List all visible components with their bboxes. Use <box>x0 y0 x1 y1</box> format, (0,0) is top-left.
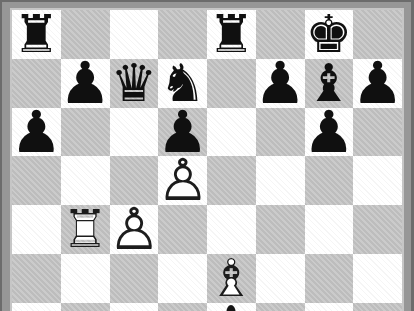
square-g4[interactable] <box>305 205 354 254</box>
square-a3[interactable] <box>12 254 61 303</box>
piece-black-king-g8[interactable]: ♚ <box>306 10 353 59</box>
piece-white-pawn-d5[interactable]: ♙ <box>157 156 209 205</box>
square-b7[interactable]: ♟ <box>61 59 110 108</box>
square-g6[interactable]: ♟ <box>305 108 354 157</box>
square-d5[interactable]: ♙ <box>158 156 207 205</box>
square-c3[interactable] <box>110 254 159 303</box>
square-f4[interactable] <box>256 205 305 254</box>
piece-black-pawn-b7[interactable]: ♟ <box>59 59 111 108</box>
cut-off-piece-top <box>227 305 236 311</box>
square-b5[interactable] <box>61 156 110 205</box>
square-h3[interactable] <box>353 254 402 303</box>
square-d3[interactable] <box>158 254 207 303</box>
square-g8[interactable]: ♚ <box>305 10 354 59</box>
piece-black-pawn-h7[interactable]: ♟ <box>352 59 404 108</box>
square-f5[interactable] <box>256 156 305 205</box>
piece-white-pawn-c4[interactable]: ♙ <box>108 205 160 254</box>
square-a6[interactable]: ♟ <box>12 108 61 157</box>
square-c2[interactable] <box>110 303 159 311</box>
chess-diagram-frame: ♜♜♚♟♛♞♟♝♟♟♟♟♙♖♙♗ <box>0 0 414 311</box>
piece-black-queen-c7[interactable]: ♛ <box>111 59 158 108</box>
square-h6[interactable] <box>353 108 402 157</box>
square-e7[interactable] <box>207 59 256 108</box>
piece-white-bishop-e3[interactable]: ♗ <box>208 254 255 303</box>
square-a5[interactable] <box>12 156 61 205</box>
square-f2[interactable] <box>256 303 305 311</box>
square-f7[interactable]: ♟ <box>256 59 305 108</box>
square-e2[interactable] <box>207 303 256 311</box>
square-b6[interactable] <box>61 108 110 157</box>
square-e4[interactable] <box>207 205 256 254</box>
piece-black-pawn-f7[interactable]: ♟ <box>254 59 306 108</box>
chess-board: ♜♜♚♟♛♞♟♝♟♟♟♟♙♖♙♗ <box>12 10 402 311</box>
square-b3[interactable] <box>61 254 110 303</box>
square-e6[interactable] <box>207 108 256 157</box>
square-g3[interactable] <box>305 254 354 303</box>
square-c4[interactable]: ♙ <box>110 205 159 254</box>
square-f3[interactable] <box>256 254 305 303</box>
square-g5[interactable] <box>305 156 354 205</box>
square-g2[interactable] <box>305 303 354 311</box>
square-b4[interactable]: ♖ <box>61 205 110 254</box>
square-d4[interactable] <box>158 205 207 254</box>
square-c6[interactable] <box>110 108 159 157</box>
square-d2[interactable] <box>158 303 207 311</box>
square-b2[interactable] <box>61 303 110 311</box>
square-a4[interactable] <box>12 205 61 254</box>
square-h4[interactable] <box>353 205 402 254</box>
piece-white-rook-b4[interactable]: ♖ <box>62 205 109 254</box>
piece-black-pawn-g6[interactable]: ♟ <box>303 108 355 157</box>
square-h2[interactable] <box>353 303 402 311</box>
square-c8[interactable] <box>110 10 159 59</box>
piece-black-rook-e8[interactable]: ♜ <box>208 10 255 59</box>
square-e8[interactable]: ♜ <box>207 10 256 59</box>
square-h5[interactable] <box>353 156 402 205</box>
square-d8[interactable] <box>158 10 207 59</box>
square-a8[interactable]: ♜ <box>12 10 61 59</box>
piece-black-pawn-a6[interactable]: ♟ <box>10 108 62 157</box>
square-f6[interactable] <box>256 108 305 157</box>
piece-black-rook-a8[interactable]: ♜ <box>13 10 60 59</box>
square-e5[interactable] <box>207 156 256 205</box>
square-h7[interactable]: ♟ <box>353 59 402 108</box>
square-c7[interactable]: ♛ <box>110 59 159 108</box>
square-a2[interactable] <box>12 303 61 311</box>
square-e3[interactable]: ♗ <box>207 254 256 303</box>
